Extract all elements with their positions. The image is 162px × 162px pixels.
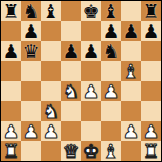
square-c6[interactable] <box>41 41 61 61</box>
square-a6[interactable]: ♟ <box>1 41 21 61</box>
piece-black-knight[interactable]: ♞ <box>102 41 119 61</box>
square-d8[interactable] <box>61 1 81 21</box>
piece-black-bishop[interactable]: ♝ <box>102 1 119 21</box>
piece-black-knight[interactable]: ♞ <box>22 1 39 21</box>
square-b7[interactable]: ♟ <box>21 21 41 41</box>
square-d7[interactable] <box>61 21 81 41</box>
chess-board: ♜♞♝♚♝♜♟♟♟♟♟♛♟♟♞♝♞♟♟♞♟♟♟♟♟♜♛♚♝♜ <box>0 0 162 162</box>
square-e3[interactable] <box>81 101 101 121</box>
piece-black-pawn[interactable]: ♟ <box>62 41 79 61</box>
piece-white-pawn[interactable]: ♟ <box>82 81 99 101</box>
square-e1[interactable]: ♚ <box>81 141 101 161</box>
square-g7[interactable]: ♟ <box>121 21 141 41</box>
square-b4[interactable] <box>21 81 41 101</box>
piece-black-pawn[interactable]: ♟ <box>122 21 139 41</box>
square-a7[interactable] <box>1 21 21 41</box>
piece-white-pawn[interactable]: ♟ <box>122 121 139 141</box>
square-h6[interactable] <box>141 41 161 61</box>
square-g1[interactable] <box>121 141 141 161</box>
piece-white-knight[interactable]: ♞ <box>42 101 59 121</box>
square-d6[interactable]: ♟ <box>61 41 81 61</box>
piece-white-king[interactable]: ♚ <box>82 141 99 161</box>
square-c3[interactable]: ♞ <box>41 101 61 121</box>
square-h2[interactable]: ♟ <box>141 121 161 141</box>
square-d5[interactable] <box>61 61 81 81</box>
square-a8[interactable]: ♜ <box>1 1 21 21</box>
piece-black-rook[interactable]: ♜ <box>142 1 159 21</box>
piece-white-pawn[interactable]: ♟ <box>142 121 159 141</box>
square-a4[interactable] <box>1 81 21 101</box>
square-a1[interactable]: ♜ <box>1 141 21 161</box>
piece-black-pawn[interactable]: ♟ <box>82 41 99 61</box>
piece-black-rook[interactable]: ♜ <box>2 1 19 21</box>
square-h8[interactable]: ♜ <box>141 1 161 21</box>
square-f6[interactable]: ♞ <box>101 41 121 61</box>
piece-white-bishop[interactable]: ♝ <box>122 61 139 81</box>
square-f7[interactable]: ♟ <box>101 21 121 41</box>
square-f1[interactable]: ♝ <box>101 141 121 161</box>
square-f2[interactable] <box>101 121 121 141</box>
square-b3[interactable] <box>21 101 41 121</box>
square-g8[interactable] <box>121 1 141 21</box>
piece-black-bishop[interactable]: ♝ <box>42 1 59 21</box>
square-c8[interactable]: ♝ <box>41 1 61 21</box>
square-g5[interactable]: ♝ <box>121 61 141 81</box>
piece-black-pawn[interactable]: ♟ <box>22 21 39 41</box>
square-e7[interactable] <box>81 21 101 41</box>
piece-black-pawn[interactable]: ♟ <box>2 41 19 61</box>
square-f8[interactable]: ♝ <box>101 1 121 21</box>
square-g3[interactable] <box>121 101 141 121</box>
piece-white-rook[interactable]: ♜ <box>2 141 19 161</box>
square-e2[interactable] <box>81 121 101 141</box>
square-c2[interactable]: ♟ <box>41 121 61 141</box>
piece-white-pawn[interactable]: ♟ <box>102 81 119 101</box>
square-e6[interactable]: ♟ <box>81 41 101 61</box>
square-b2[interactable]: ♟ <box>21 121 41 141</box>
square-e8[interactable]: ♚ <box>81 1 101 21</box>
piece-white-pawn[interactable]: ♟ <box>42 121 59 141</box>
square-e5[interactable] <box>81 61 101 81</box>
piece-white-pawn[interactable]: ♟ <box>22 121 39 141</box>
piece-black-king[interactable]: ♚ <box>82 1 99 21</box>
square-d1[interactable]: ♛ <box>61 141 81 161</box>
square-g6[interactable] <box>121 41 141 61</box>
square-c4[interactable] <box>41 81 61 101</box>
square-a3[interactable] <box>1 101 21 121</box>
chess-board-window: ♜♞♝♚♝♜♟♟♟♟♟♛♟♟♞♝♞♟♟♞♟♟♟♟♟♜♛♚♝♜ <box>0 0 162 162</box>
square-b8[interactable]: ♞ <box>21 1 41 21</box>
piece-white-rook[interactable]: ♜ <box>142 141 159 161</box>
square-b1[interactable] <box>21 141 41 161</box>
square-g2[interactable]: ♟ <box>121 121 141 141</box>
square-h7[interactable]: ♟ <box>141 21 161 41</box>
piece-black-pawn[interactable]: ♟ <box>142 21 159 41</box>
square-c5[interactable] <box>41 61 61 81</box>
piece-white-pawn[interactable]: ♟ <box>2 121 19 141</box>
piece-black-queen[interactable]: ♛ <box>22 41 39 61</box>
square-f3[interactable] <box>101 101 121 121</box>
piece-white-queen[interactable]: ♛ <box>62 141 79 161</box>
square-b5[interactable] <box>21 61 41 81</box>
square-b6[interactable]: ♛ <box>21 41 41 61</box>
square-a5[interactable] <box>1 61 21 81</box>
square-c1[interactable] <box>41 141 61 161</box>
square-h5[interactable] <box>141 61 161 81</box>
square-d4[interactable]: ♞ <box>61 81 81 101</box>
piece-white-knight[interactable]: ♞ <box>62 81 79 101</box>
square-e4[interactable]: ♟ <box>81 81 101 101</box>
square-d2[interactable] <box>61 121 81 141</box>
square-f4[interactable]: ♟ <box>101 81 121 101</box>
square-a2[interactable]: ♟ <box>1 121 21 141</box>
piece-white-bishop[interactable]: ♝ <box>102 141 119 161</box>
square-h4[interactable] <box>141 81 161 101</box>
square-c7[interactable] <box>41 21 61 41</box>
square-h3[interactable] <box>141 101 161 121</box>
square-h1[interactable]: ♜ <box>141 141 161 161</box>
square-g4[interactable] <box>121 81 141 101</box>
square-f5[interactable] <box>101 61 121 81</box>
square-d3[interactable] <box>61 101 81 121</box>
piece-black-pawn[interactable]: ♟ <box>102 21 119 41</box>
